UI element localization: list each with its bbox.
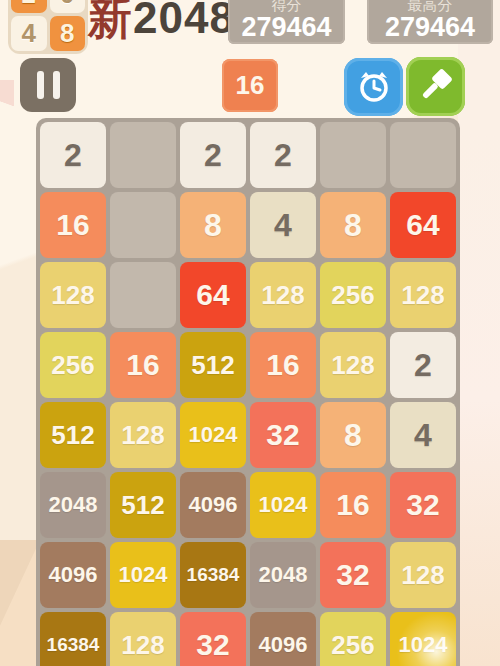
tile-512: 512 xyxy=(110,472,176,538)
empty-cell xyxy=(110,122,176,188)
tile-1024: 1024 xyxy=(390,612,456,666)
tile-16: 16 xyxy=(40,192,106,258)
tile-64: 64 xyxy=(390,192,456,258)
tile-8: 8 xyxy=(320,402,386,468)
tile-32: 32 xyxy=(180,612,246,666)
tile-4096: 4096 xyxy=(250,612,316,666)
tile-512: 512 xyxy=(180,332,246,398)
score-value: 279464 xyxy=(241,12,331,42)
tile-1024: 1024 xyxy=(180,402,246,468)
logo-tile-2: 2 xyxy=(11,0,47,13)
app-logo: 2 0 4 8 xyxy=(8,0,88,54)
tile-16: 16 xyxy=(320,472,386,538)
game-board[interactable]: 2221684864128641282561282561651216128251… xyxy=(36,118,460,666)
tile-2: 2 xyxy=(180,122,246,188)
tile-16: 16 xyxy=(110,332,176,398)
tile-512: 512 xyxy=(40,402,106,468)
tile-32: 32 xyxy=(320,542,386,608)
hammer-icon xyxy=(415,64,457,109)
score-box: 得分 279464 xyxy=(228,0,345,44)
logo-tile-4: 4 xyxy=(11,16,47,52)
tile-128: 128 xyxy=(390,262,456,328)
tile-16384: 16384 xyxy=(180,542,246,608)
empty-cell xyxy=(110,262,176,328)
tile-8: 8 xyxy=(320,192,386,258)
pause-button[interactable] xyxy=(20,58,76,112)
app-title: 新2048 xyxy=(88,0,235,46)
pause-icon xyxy=(37,71,44,99)
best-score-value: 279464 xyxy=(385,12,475,42)
best-score-box: 最高分 279464 xyxy=(367,0,493,44)
logo-tile-0: 0 xyxy=(50,0,86,13)
tile-4: 4 xyxy=(390,402,456,468)
background-left-wedge xyxy=(0,80,14,140)
tile-16384: 16384 xyxy=(40,612,106,666)
logo-tile-8: 8 xyxy=(50,16,86,52)
tile-32: 32 xyxy=(250,402,316,468)
tile-128: 128 xyxy=(110,402,176,468)
tile-2: 2 xyxy=(40,122,106,188)
tile-1024: 1024 xyxy=(110,542,176,608)
hammer-button[interactable] xyxy=(406,57,465,116)
tile-256: 256 xyxy=(320,262,386,328)
empty-cell xyxy=(320,122,386,188)
tile-2048: 2048 xyxy=(40,472,106,538)
alarm-clock-icon xyxy=(354,66,394,109)
tile-64: 64 xyxy=(180,262,246,328)
timer-button[interactable] xyxy=(344,58,403,116)
tile-256: 256 xyxy=(320,612,386,666)
tile-128: 128 xyxy=(110,612,176,666)
tile-256: 256 xyxy=(40,332,106,398)
tile-16: 16 xyxy=(250,332,316,398)
tile-4096: 4096 xyxy=(40,542,106,608)
best-score-label: 最高分 xyxy=(408,0,453,12)
title-number: 2048 xyxy=(133,0,235,43)
next-tile-preview: 16 xyxy=(222,59,278,112)
tile-2: 2 xyxy=(390,332,456,398)
tile-4: 4 xyxy=(250,192,316,258)
tile-32: 32 xyxy=(390,472,456,538)
tile-2: 2 xyxy=(250,122,316,188)
tile-8: 8 xyxy=(180,192,246,258)
tile-128: 128 xyxy=(390,542,456,608)
tile-1024: 1024 xyxy=(250,472,316,538)
background-bottom-left xyxy=(0,540,40,666)
tile-4096: 4096 xyxy=(180,472,246,538)
score-label: 得分 xyxy=(272,0,302,12)
tile-128: 128 xyxy=(250,262,316,328)
tile-128: 128 xyxy=(320,332,386,398)
tile-128: 128 xyxy=(40,262,106,328)
game-screen: 2 0 4 8 新2048 得分 279464 最高分 279464 16 xyxy=(0,0,500,666)
title-prefix: 新 xyxy=(88,0,133,48)
empty-cell xyxy=(110,192,176,258)
tile-2048: 2048 xyxy=(250,542,316,608)
empty-cell xyxy=(390,122,456,188)
